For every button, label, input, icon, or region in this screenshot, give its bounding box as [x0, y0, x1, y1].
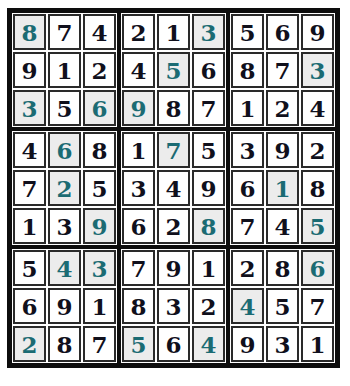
sudoku-cell-r2c1[interactable]: 9 [13, 52, 46, 88]
sudoku-box-4: 468725139 [10, 129, 119, 247]
sudoku-cell-r3c9[interactable]: 4 [301, 90, 334, 126]
sudoku-cell-r1c9[interactable]: 9 [301, 14, 334, 50]
sudoku-cell-r7c3[interactable]: 3 [83, 250, 116, 286]
sudoku-cell-r1c2[interactable]: 7 [48, 14, 81, 50]
sudoku-cell-r7c7[interactable]: 2 [231, 250, 264, 286]
sudoku-cell-r9c3[interactable]: 7 [83, 326, 116, 362]
sudoku-cell-r9c8[interactable]: 3 [266, 326, 299, 362]
sudoku-cell-r8c1[interactable]: 6 [13, 288, 46, 324]
sudoku-cell-r8c6[interactable]: 2 [192, 288, 225, 324]
sudoku-box-8: 791832564 [119, 247, 228, 365]
sudoku-cell-r1c4[interactable]: 2 [122, 14, 155, 50]
sudoku-cell-r1c7[interactable]: 5 [231, 14, 264, 50]
sudoku-cell-r9c2[interactable]: 8 [48, 326, 81, 362]
sudoku-cell-r6c8[interactable]: 4 [266, 208, 299, 244]
sudoku-cell-r8c7[interactable]: 4 [231, 288, 264, 324]
sudoku-cell-r7c6[interactable]: 1 [192, 250, 225, 286]
sudoku-cell-r3c4[interactable]: 9 [122, 90, 155, 126]
sudoku-cell-r8c4[interactable]: 8 [122, 288, 155, 324]
sudoku-cell-r6c7[interactable]: 7 [231, 208, 264, 244]
sudoku-box-6: 392618745 [228, 129, 337, 247]
sudoku-board: 8749123562134569875698731244687251391753… [7, 8, 340, 368]
sudoku-cell-r7c4[interactable]: 7 [122, 250, 155, 286]
sudoku-cell-r6c2[interactable]: 3 [48, 208, 81, 244]
sudoku-cell-r6c5[interactable]: 2 [157, 208, 190, 244]
sudoku-cell-r1c3[interactable]: 4 [83, 14, 116, 50]
sudoku-cell-r8c8[interactable]: 5 [266, 288, 299, 324]
sudoku-box-7: 543691287 [10, 247, 119, 365]
sudoku-cell-r1c1[interactable]: 8 [13, 14, 46, 50]
sudoku-cell-r3c3[interactable]: 6 [83, 90, 116, 126]
sudoku-cell-r2c5[interactable]: 5 [157, 52, 190, 88]
sudoku-cell-r7c9[interactable]: 6 [301, 250, 334, 286]
sudoku-box-1: 874912356 [10, 11, 119, 129]
sudoku-cell-r9c7[interactable]: 9 [231, 326, 264, 362]
sudoku-cell-r5c1[interactable]: 7 [13, 170, 46, 206]
sudoku-cell-r7c2[interactable]: 4 [48, 250, 81, 286]
page: 8749123562134569875698731244687251391753… [0, 0, 350, 386]
sudoku-cell-r3c6[interactable]: 7 [192, 90, 225, 126]
sudoku-cell-r3c8[interactable]: 2 [266, 90, 299, 126]
sudoku-cell-r4c4[interactable]: 1 [122, 132, 155, 168]
sudoku-cell-r1c5[interactable]: 1 [157, 14, 190, 50]
sudoku-cell-r8c5[interactable]: 3 [157, 288, 190, 324]
sudoku-cell-r9c1[interactable]: 2 [13, 326, 46, 362]
sudoku-cell-r4c5[interactable]: 7 [157, 132, 190, 168]
sudoku-cell-r4c6[interactable]: 5 [192, 132, 225, 168]
sudoku-cell-r1c6[interactable]: 3 [192, 14, 225, 50]
sudoku-cell-r9c5[interactable]: 6 [157, 326, 190, 362]
sudoku-cell-r7c1[interactable]: 5 [13, 250, 46, 286]
sudoku-cell-r8c9[interactable]: 7 [301, 288, 334, 324]
sudoku-cell-r4c1[interactable]: 4 [13, 132, 46, 168]
sudoku-cell-r2c2[interactable]: 1 [48, 52, 81, 88]
sudoku-cell-r2c7[interactable]: 8 [231, 52, 264, 88]
sudoku-cell-r8c3[interactable]: 1 [83, 288, 116, 324]
sudoku-cell-r2c9[interactable]: 3 [301, 52, 334, 88]
sudoku-cell-r2c4[interactable]: 4 [122, 52, 155, 88]
sudoku-cell-r2c3[interactable]: 2 [83, 52, 116, 88]
sudoku-cell-r4c3[interactable]: 8 [83, 132, 116, 168]
sudoku-cell-r5c5[interactable]: 4 [157, 170, 190, 206]
sudoku-cell-r1c8[interactable]: 6 [266, 14, 299, 50]
sudoku-cell-r5c4[interactable]: 3 [122, 170, 155, 206]
sudoku-box-2: 213456987 [119, 11, 228, 129]
sudoku-cell-r5c9[interactable]: 8 [301, 170, 334, 206]
sudoku-cell-r6c6[interactable]: 8 [192, 208, 225, 244]
sudoku-cell-r8c2[interactable]: 9 [48, 288, 81, 324]
sudoku-cell-r9c4[interactable]: 5 [122, 326, 155, 362]
sudoku-box-5: 175349628 [119, 129, 228, 247]
sudoku-cell-r3c5[interactable]: 8 [157, 90, 190, 126]
sudoku-cell-r3c2[interactable]: 5 [48, 90, 81, 126]
sudoku-cell-r2c8[interactable]: 7 [266, 52, 299, 88]
sudoku-cell-r4c7[interactable]: 3 [231, 132, 264, 168]
sudoku-cell-r5c8[interactable]: 1 [266, 170, 299, 206]
sudoku-cell-r5c2[interactable]: 2 [48, 170, 81, 206]
sudoku-cell-r5c7[interactable]: 6 [231, 170, 264, 206]
sudoku-box-9: 286457931 [228, 247, 337, 365]
sudoku-cell-r7c8[interactable]: 8 [266, 250, 299, 286]
sudoku-cell-r9c6[interactable]: 4 [192, 326, 225, 362]
sudoku-cell-r2c6[interactable]: 6 [192, 52, 225, 88]
sudoku-cell-r5c6[interactable]: 9 [192, 170, 225, 206]
sudoku-cell-r6c4[interactable]: 6 [122, 208, 155, 244]
sudoku-cell-r4c9[interactable]: 2 [301, 132, 334, 168]
sudoku-cell-r4c2[interactable]: 6 [48, 132, 81, 168]
sudoku-cell-r6c9[interactable]: 5 [301, 208, 334, 244]
sudoku-cell-r6c1[interactable]: 1 [13, 208, 46, 244]
sudoku-cell-r6c3[interactable]: 9 [83, 208, 116, 244]
sudoku-cell-r4c8[interactable]: 9 [266, 132, 299, 168]
sudoku-cell-r5c3[interactable]: 5 [83, 170, 116, 206]
sudoku-cell-r3c1[interactable]: 3 [13, 90, 46, 126]
sudoku-box-3: 569873124 [228, 11, 337, 129]
sudoku-cell-r7c5[interactable]: 9 [157, 250, 190, 286]
sudoku-cell-r9c9[interactable]: 1 [301, 326, 334, 362]
sudoku-cell-r3c7[interactable]: 1 [231, 90, 264, 126]
